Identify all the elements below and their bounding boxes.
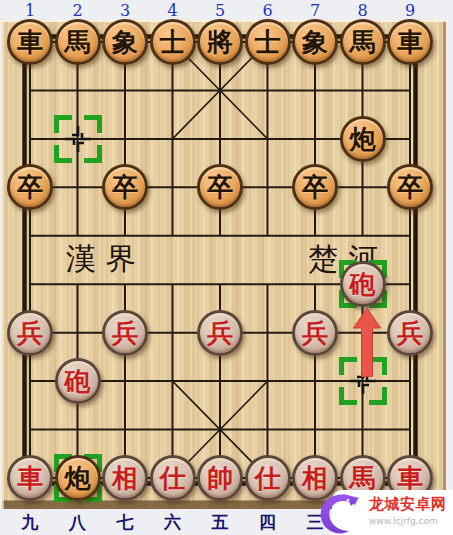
piece-black-炮[interactable]: 炮 [55,455,101,501]
move-marker-bracket-crosshair [54,115,102,163]
file-label-top-8: 8 [353,1,373,20]
crosshair-icon [61,122,95,156]
piece-red-仕[interactable]: 仕 [150,455,196,501]
piece-red-相[interactable]: 相 [102,455,148,501]
file-label-bottom-3: 七 [113,511,137,534]
piece-red-仕[interactable]: 仕 [245,455,291,501]
piece-red-兵[interactable]: 兵 [102,310,148,356]
piece-red-砲[interactable]: 砲 [55,358,101,404]
file-label-top-9: 9 [400,1,420,20]
dragon-logo-icon [317,491,365,535]
piece-black-士[interactable]: 士 [245,19,291,65]
piece-red-兵[interactable]: 兵 [7,310,53,356]
piece-black-車[interactable]: 車 [7,19,53,65]
file-label-top-2: 2 [68,1,88,20]
file-label-top-4: 4 [163,1,183,20]
piece-black-象[interactable]: 象 [102,19,148,65]
file-label-top-3: 3 [115,1,135,20]
file-label-top-6: 6 [258,1,278,20]
piece-red-車[interactable]: 車 [7,455,53,501]
piece-red-兵[interactable]: 兵 [197,310,243,356]
piece-black-象[interactable]: 象 [292,19,338,65]
xiangqi-app-screenshot: 漢界 楚河 車馬象士將士象馬車炮卒卒卒卒卒砲兵兵兵兵兵砲車炮相仕帥仕相馬車 12… [0,0,453,535]
file-label-bottom-5: 五 [208,511,232,534]
file-label-top-1: 1 [20,1,40,20]
river-label-left: 漢界 [53,240,149,278]
piece-black-卒[interactable]: 卒 [7,164,53,210]
piece-black-卒[interactable]: 卒 [387,164,433,210]
watermark-site-url: www.lcjrfg.com [369,516,451,526]
piece-black-士[interactable]: 士 [150,19,196,65]
piece-black-卒[interactable]: 卒 [292,164,338,210]
piece-red-兵[interactable]: 兵 [387,310,433,356]
piece-black-車[interactable]: 車 [387,19,433,65]
file-label-top-7: 7 [305,1,325,20]
piece-red-帥[interactable]: 帥 [197,455,243,501]
watermark-site-name: 龙城安卓网 [369,495,451,514]
piece-black-卒[interactable]: 卒 [102,164,148,210]
file-label-bottom-6: 四 [256,511,280,534]
piece-black-將[interactable]: 將 [197,19,243,65]
file-label-top-5: 5 [210,1,230,20]
move-arrow-icon [352,307,382,377]
piece-black-卒[interactable]: 卒 [197,164,243,210]
piece-red-兵[interactable]: 兵 [292,310,338,356]
file-label-bottom-4: 六 [161,511,185,534]
watermark-panel: 龙城安卓网 www.lcjrfg.com [332,490,453,535]
file-label-bottom-2: 八 [66,511,90,534]
piece-red-砲[interactable]: 砲 [340,261,386,307]
file-label-bottom-1: 九 [18,511,42,534]
piece-black-炮[interactable]: 炮 [340,116,386,162]
piece-black-馬[interactable]: 馬 [340,19,386,65]
piece-black-馬[interactable]: 馬 [55,19,101,65]
